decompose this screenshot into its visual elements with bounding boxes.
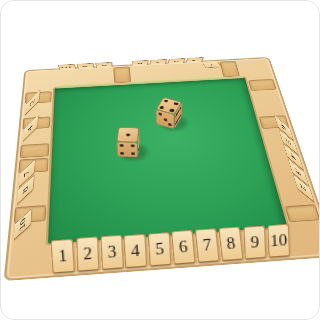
die-pip	[175, 121, 176, 126]
tile-number: 2	[208, 63, 215, 66]
tile-number: 3	[107, 243, 117, 261]
tile-south-10[interactable]: 10	[267, 224, 290, 258]
die-pip	[179, 114, 180, 119]
die-pip	[168, 123, 172, 127]
product-photo: 109865432 9865432 12345678910 247810	[0, 0, 320, 320]
die-pip	[120, 152, 124, 155]
tile-south-8[interactable]: 8	[218, 226, 243, 261]
die-pip	[131, 144, 135, 147]
tile-number: 10	[270, 232, 288, 250]
die-pip	[163, 117, 167, 121]
tile-north-9[interactable]: 9	[76, 63, 94, 69]
die-pip	[177, 117, 178, 122]
die-2[interactable]	[117, 142, 139, 157]
scene: 109865432 9865432 12345678910 247810	[0, 0, 320, 320]
die-2-top-face	[116, 127, 139, 142]
tile-number: 6	[137, 62, 143, 65]
die-pip	[175, 112, 176, 117]
tile-number: 10	[61, 66, 73, 69]
tile-south-2[interactable]: 2	[76, 236, 99, 272]
tile-number: 9	[82, 65, 88, 68]
tile-south-3[interactable]: 3	[100, 235, 123, 270]
tile-number: 3	[191, 59, 198, 62]
tile-north-8[interactable]: 8	[95, 62, 112, 68]
tile-number: 9	[251, 234, 260, 252]
tile-south-1[interactable]: 1	[50, 239, 74, 274]
die-2-front-face	[116, 142, 138, 158]
tile-north-6[interactable]: 6	[132, 60, 149, 66]
die-pip	[177, 109, 178, 114]
die-pip	[163, 99, 169, 103]
die-pip	[119, 144, 123, 147]
tile-north-2[interactable]: 2	[202, 62, 222, 68]
tile-south-9[interactable]: 9	[244, 225, 267, 259]
tile-north-10[interactable]: 10	[58, 64, 76, 70]
die-pip	[169, 109, 175, 113]
die-pip	[159, 106, 165, 110]
die-pip	[125, 133, 130, 136]
tile-south-5[interactable]: 5	[148, 232, 171, 267]
tile-number: 4	[131, 242, 141, 260]
tile-number: 6	[178, 238, 188, 256]
tile-number: 1	[58, 247, 68, 265]
die-pip	[158, 112, 162, 116]
tile-south-6[interactable]: 6	[171, 230, 195, 265]
tile-south-4[interactable]: 4	[124, 234, 148, 269]
tile-north-4[interactable]: 4	[167, 58, 185, 64]
tile-number: 7	[202, 236, 212, 254]
die-pip	[180, 106, 181, 111]
tile-south-7[interactable]: 7	[195, 228, 220, 263]
tile-number: 8	[225, 235, 235, 253]
tile-number: 5	[155, 61, 161, 64]
tile-number: 2	[83, 245, 92, 263]
shut-the-box-board: 109865432 9865432 12345678910 247810	[4, 57, 320, 281]
tile-north-5[interactable]: 5	[149, 59, 167, 65]
die-pip	[173, 102, 179, 106]
tile-number: 8	[101, 64, 107, 67]
die-pip	[131, 152, 135, 155]
tile-number: 8	[21, 183, 30, 196]
tile-number: 4	[173, 60, 180, 63]
tile-number: 5	[155, 240, 165, 258]
